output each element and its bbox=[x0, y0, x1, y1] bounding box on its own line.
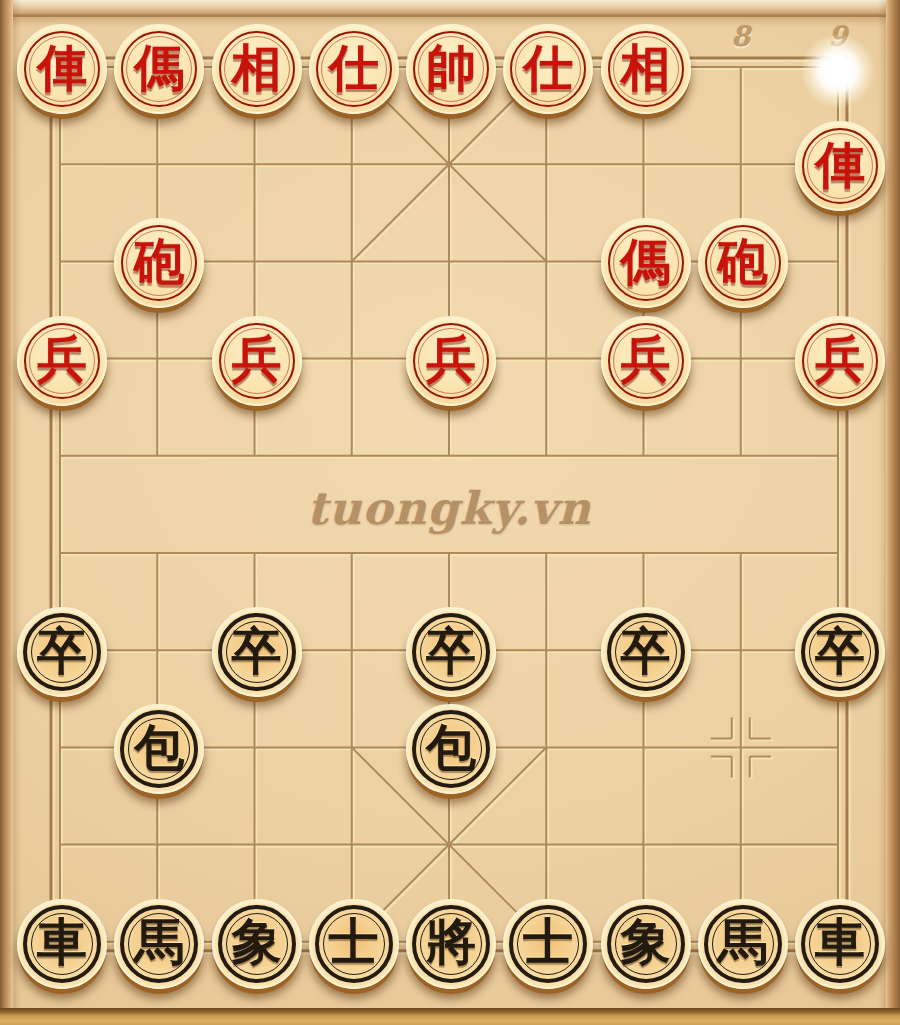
piece-glyph: 兵 bbox=[232, 334, 282, 384]
piece-red-兵[interactable]: 兵 bbox=[795, 316, 885, 406]
site-watermark: tuongky.vn bbox=[307, 482, 591, 535]
piece-glyph: 包 bbox=[134, 723, 184, 773]
piece-red-仕[interactable]: 仕 bbox=[503, 24, 593, 114]
piece-black-包[interactable]: 包 bbox=[406, 704, 496, 794]
piece-glyph: 相 bbox=[621, 43, 671, 93]
piece-black-象[interactable]: 象 bbox=[601, 899, 691, 989]
piece-black-馬[interactable]: 馬 bbox=[698, 899, 788, 989]
piece-glyph: 卒 bbox=[815, 626, 865, 676]
piece-black-卒[interactable]: 卒 bbox=[601, 607, 691, 697]
piece-glyph: 俥 bbox=[37, 43, 87, 93]
piece-red-相[interactable]: 相 bbox=[212, 24, 302, 114]
piece-glyph: 仕 bbox=[523, 43, 573, 93]
piece-glyph: 士 bbox=[523, 917, 573, 967]
piece-black-士[interactable]: 士 bbox=[503, 899, 593, 989]
piece-red-俥[interactable]: 俥 bbox=[17, 24, 107, 114]
piece-black-卒[interactable]: 卒 bbox=[17, 607, 107, 697]
piece-glyph: 兵 bbox=[815, 334, 865, 384]
piece-glyph: 卒 bbox=[426, 626, 476, 676]
piece-black-卒[interactable]: 卒 bbox=[212, 607, 302, 697]
piece-red-砲[interactable]: 砲 bbox=[698, 218, 788, 308]
board-frame-top bbox=[0, 0, 900, 17]
piece-glyph: 仕 bbox=[329, 43, 379, 93]
piece-red-帥[interactable]: 帥 bbox=[406, 24, 496, 114]
piece-glyph: 車 bbox=[815, 917, 865, 967]
piece-glyph: 卒 bbox=[621, 626, 671, 676]
piece-black-士[interactable]: 士 bbox=[309, 899, 399, 989]
piece-glyph: 相 bbox=[232, 43, 282, 93]
piece-black-將[interactable]: 將 bbox=[406, 899, 496, 989]
move-origin-glow-marker bbox=[801, 34, 875, 108]
piece-glyph: 砲 bbox=[718, 237, 768, 287]
piece-glyph: 兵 bbox=[426, 334, 476, 384]
file-label-8: 8 bbox=[731, 21, 750, 52]
piece-red-傌[interactable]: 傌 bbox=[114, 24, 204, 114]
xiangqi-board[interactable]: tuongky.vn 89 俥傌相仕帥仕相俥砲傌砲兵兵兵兵兵卒卒卒卒卒包包車馬象… bbox=[0, 0, 900, 1025]
piece-red-相[interactable]: 相 bbox=[601, 24, 691, 114]
piece-black-象[interactable]: 象 bbox=[212, 899, 302, 989]
piece-glyph: 象 bbox=[621, 917, 671, 967]
board-frame-right bbox=[886, 0, 900, 1025]
piece-black-馬[interactable]: 馬 bbox=[114, 899, 204, 989]
piece-glyph: 帥 bbox=[426, 43, 476, 93]
piece-red-兵[interactable]: 兵 bbox=[212, 316, 302, 406]
piece-glyph: 傌 bbox=[621, 237, 671, 287]
piece-glyph: 馬 bbox=[718, 917, 768, 967]
piece-glyph: 傌 bbox=[134, 43, 184, 93]
piece-black-車[interactable]: 車 bbox=[795, 899, 885, 989]
board-frame-bottom bbox=[0, 1008, 900, 1025]
piece-red-傌[interactable]: 傌 bbox=[601, 218, 691, 308]
piece-glyph: 士 bbox=[329, 917, 379, 967]
piece-glyph: 砲 bbox=[134, 237, 184, 287]
piece-glyph: 俥 bbox=[815, 140, 865, 190]
piece-glyph: 兵 bbox=[621, 334, 671, 384]
piece-black-卒[interactable]: 卒 bbox=[406, 607, 496, 697]
piece-glyph: 將 bbox=[426, 917, 476, 967]
piece-red-兵[interactable]: 兵 bbox=[601, 316, 691, 406]
piece-black-卒[interactable]: 卒 bbox=[795, 607, 885, 697]
piece-glyph: 卒 bbox=[37, 626, 87, 676]
piece-glyph: 馬 bbox=[134, 917, 184, 967]
piece-glyph: 兵 bbox=[37, 334, 87, 384]
piece-red-兵[interactable]: 兵 bbox=[406, 316, 496, 406]
piece-glyph: 卒 bbox=[232, 626, 282, 676]
piece-glyph: 象 bbox=[232, 917, 282, 967]
piece-red-俥[interactable]: 俥 bbox=[795, 121, 885, 211]
piece-black-車[interactable]: 車 bbox=[17, 899, 107, 989]
piece-red-兵[interactable]: 兵 bbox=[17, 316, 107, 406]
board-frame-left bbox=[0, 0, 13, 1025]
piece-glyph: 車 bbox=[37, 917, 87, 967]
piece-glyph: 包 bbox=[426, 723, 476, 773]
piece-red-仕[interactable]: 仕 bbox=[309, 24, 399, 114]
